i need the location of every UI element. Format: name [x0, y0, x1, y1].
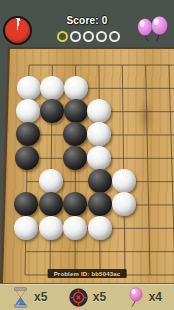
- white-stone[interactable]: [39, 169, 63, 193]
- game-screen: Score: 0: [0, 0, 174, 310]
- balloon-icon: [128, 287, 144, 308]
- white-stone[interactable]: [87, 99, 111, 123]
- black-stone[interactable]: [63, 146, 87, 170]
- black-stone[interactable]: [64, 99, 88, 123]
- problem-id-label: Problem ID: bb5043ac: [54, 271, 121, 277]
- white-stone[interactable]: [14, 216, 38, 240]
- problem-id-bar: Problem ID: bb5043ac: [48, 269, 127, 278]
- powerup-hourglass[interactable]: x5: [12, 287, 47, 308]
- white-stone[interactable]: [39, 216, 63, 240]
- powerup-count: x5: [34, 290, 47, 304]
- target-icon: [69, 288, 88, 307]
- progress-ring: [83, 31, 94, 42]
- progress-rings: [57, 31, 120, 42]
- black-stone[interactable]: [16, 122, 40, 146]
- black-stone[interactable]: [40, 99, 64, 123]
- white-stone[interactable]: [87, 122, 111, 146]
- progress-ring: [70, 31, 81, 42]
- white-stone[interactable]: [112, 169, 136, 193]
- white-stone[interactable]: [87, 146, 111, 170]
- white-stone[interactable]: [40, 76, 64, 100]
- white-stone[interactable]: [17, 76, 41, 100]
- progress-ring: [96, 31, 107, 42]
- progress-ring: [109, 31, 120, 42]
- white-stone[interactable]: [63, 216, 87, 240]
- hourglass-icon: [12, 287, 29, 308]
- black-stone[interactable]: [63, 192, 87, 216]
- black-stone[interactable]: [88, 169, 112, 193]
- black-stone[interactable]: [14, 192, 38, 216]
- stones-layer: [0, 47, 174, 283]
- powerup-count: x4: [149, 290, 162, 304]
- white-stone[interactable]: [112, 192, 136, 216]
- life-balloon: [138, 18, 152, 41]
- black-stone[interactable]: [15, 146, 39, 170]
- header-bar: Score: 0: [0, 0, 174, 47]
- black-stone[interactable]: [39, 192, 63, 216]
- powerup-target[interactable]: x5: [69, 288, 106, 307]
- lives-balloons: [134, 10, 172, 44]
- black-stone[interactable]: [63, 122, 87, 146]
- go-board[interactable]: Problem ID: bb5043ac: [0, 47, 174, 283]
- life-balloon: [152, 16, 168, 41]
- progress-ring: [57, 31, 68, 42]
- white-stone[interactable]: [88, 216, 112, 240]
- white-stone[interactable]: [16, 99, 40, 123]
- powerup-count: x5: [93, 290, 106, 304]
- powerup-bar: x5 x5: [0, 283, 174, 310]
- powerup-balloon[interactable]: x4: [128, 287, 162, 308]
- white-stone[interactable]: [64, 76, 88, 100]
- black-stone[interactable]: [88, 192, 112, 216]
